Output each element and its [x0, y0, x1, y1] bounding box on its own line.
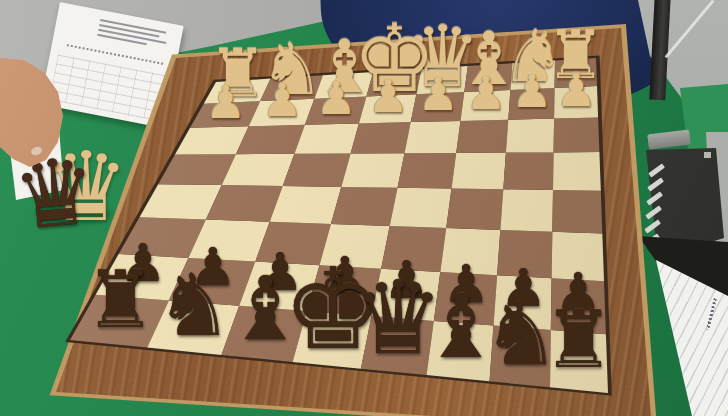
- white-rook-h1: ♜: [208, 41, 267, 107]
- clock-vent-slit: [647, 177, 663, 191]
- held-dark-queen: ♛: [10, 145, 100, 244]
- black-king-e8: ♚: [283, 254, 383, 366]
- white-pawn-f2: ♟: [316, 76, 357, 122]
- clock-vent-slit: [646, 191, 662, 205]
- scoresheet-top-left: [40, 2, 184, 128]
- scoresheet-move-grid: [49, 54, 167, 120]
- black-pawn-b7: ♟: [500, 263, 547, 315]
- black-bishop-f8: ♝: [226, 267, 305, 355]
- scoresheet-small-print: [706, 298, 717, 330]
- black-knight-g8: ♞: [156, 262, 233, 348]
- clock-button: [704, 152, 711, 158]
- clock-vent-slit: [645, 205, 661, 219]
- clock-vent-slit: [648, 163, 664, 177]
- black-pawn-g7: ♟: [190, 242, 237, 294]
- clock-lever: [647, 129, 691, 149]
- black-queen-d8: ♛: [353, 268, 444, 369]
- black-pawn-h7: ♟: [120, 237, 167, 289]
- black-bishop-c8: ♝: [421, 284, 500, 372]
- clock-vent-slit: [643, 233, 659, 247]
- black-rook-a8: ♜: [543, 301, 614, 380]
- clock-vent-slit: [644, 219, 660, 233]
- black-rook-h8: ♜: [85, 261, 156, 340]
- black-pawn-e7: ♟: [321, 251, 368, 303]
- tournament-chess-photo: ♜♞♝♛♚♝♞♜♟♟♟♟♟♟♟♟♟♟♟♟♟♟♟♟♜♞♝♛♚♝♞♜ ♛ ♛: [0, 0, 728, 416]
- black-pawn-f7: ♟: [257, 246, 304, 298]
- black-pawn-a7: ♟: [555, 266, 602, 318]
- white-pawn-h2: ♟: [205, 80, 246, 126]
- black-pawn-d7: ♟: [383, 255, 430, 307]
- scoresheet-header-text: [97, 19, 173, 53]
- white-pawn-g2: ♟: [261, 78, 302, 124]
- white-knight-g1: ♞: [260, 34, 325, 106]
- black-knight-b8: ♞: [482, 291, 559, 377]
- black-pawn-c7: ♟: [443, 259, 490, 311]
